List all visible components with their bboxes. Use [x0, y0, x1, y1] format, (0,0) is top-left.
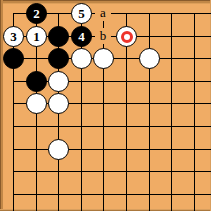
stone-black — [26, 71, 47, 92]
stone-black-move-2: 2 — [26, 3, 47, 24]
stone-white — [139, 48, 160, 69]
stone-white — [48, 139, 69, 160]
grid-line-horizontal — [13, 126, 211, 127]
point-label-a: a — [95, 5, 111, 21]
grid-line-vertical — [194, 13, 195, 211]
stone-black-move-4: 4 — [71, 26, 92, 47]
stone-white — [48, 71, 69, 92]
move-number: 5 — [78, 7, 85, 20]
grid-line-vertical — [171, 13, 172, 211]
stone-white-move-5: 5 — [71, 3, 92, 24]
stone-black — [48, 48, 69, 69]
stone-white — [93, 48, 114, 69]
stone-white — [71, 48, 92, 69]
move-number: 4 — [78, 30, 85, 43]
grid-line-horizontal — [13, 149, 211, 150]
stone-black — [48, 26, 69, 47]
move-number: 3 — [10, 30, 17, 43]
stone-white-move-1: 1 — [26, 26, 47, 47]
stone-white — [48, 93, 69, 114]
grid-line-vertical — [149, 13, 150, 211]
stone-white-marked — [116, 26, 137, 47]
stone-black — [3, 48, 24, 69]
circle-marker — [121, 31, 133, 43]
board-border-right — [210, 0, 211, 211]
stone-white-move-3: 3 — [3, 26, 24, 47]
grid-line-horizontal — [13, 194, 211, 195]
grid-line-horizontal — [13, 171, 211, 172]
move-number: 1 — [33, 30, 40, 43]
point-label-b: b — [95, 28, 111, 44]
board-border-left — [0, 0, 3, 211]
stone-white — [26, 93, 47, 114]
go-board-diagram: ab 25314 — [0, 0, 211, 211]
move-number: 2 — [33, 7, 40, 20]
board-border-bottom — [0, 209, 211, 211]
